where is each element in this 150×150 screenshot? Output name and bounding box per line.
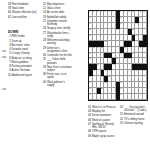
clue-column-bottom-a: 41What's-it, to Frances43Mayday kin44Des… <box>88 106 117 139</box>
cell-number: 44 <box>93 70 95 72</box>
clue-item: 13Air carrier abbr. <box>43 11 73 14</box>
clue-text: '___ first you don't succeed…' (2 wds.) <box>124 106 149 112</box>
clue-text: Karaoke need <box>12 48 39 51</box>
cell-number: 43 <box>112 64 114 66</box>
clue-text: Desert wanderer <box>92 114 117 117</box>
cutoff-clue-fragment: …ina <box>0 88 6 91</box>
clue-number: 55 <box>120 122 123 125</box>
clue-item: 41What's-it, to Frances <box>88 106 117 109</box>
cell-number: 45 <box>105 70 107 72</box>
clue-text: Air carrier abbr. <box>47 11 73 14</box>
clue-item: 5Creepy Chaney <box>8 52 39 55</box>
clue-text: Wool gatherer's supply <box>47 81 73 87</box>
cell-number: 20 <box>89 29 91 31</box>
clue-text: Author Grisham <box>12 69 39 72</box>
cell-number: 16 <box>139 17 141 19</box>
cell-number: 7 <box>112 11 113 13</box>
clue-text: Spelling of 'Beverly Hills, 90210' <box>92 123 117 129</box>
down-clues-4: 50'___ first you don't succeed…' (2 wds.… <box>120 106 149 125</box>
clue-item: 49Maple syrup source <box>88 135 117 138</box>
clue-number: 32 <box>43 58 46 64</box>
clue-number: 12 <box>43 7 46 10</box>
clue-number: 49 <box>88 135 91 138</box>
cell-number: 39 <box>116 58 118 60</box>
clue-number: 4 <box>8 48 11 51</box>
clue-number: 1 <box>8 35 11 38</box>
clue-number: 46 <box>88 119 91 122</box>
clue-text: CPR experts <box>92 130 117 133</box>
cell-number: 55 <box>105 82 107 84</box>
grid-cell[interactable] <box>143 94 147 100</box>
cell-number: 30 <box>101 47 103 49</box>
down-section-header: DOWN <box>8 30 39 34</box>
clue-text: Maple syrup source <box>92 135 117 138</box>
cell-number: 61 <box>120 94 122 96</box>
cell-number: 46 <box>109 70 111 72</box>
clue-item: 21Longtime senator Kennedy <box>43 20 73 26</box>
clue-item: 6Body art, in slang <box>8 57 39 60</box>
clue-number: 33 <box>43 66 46 72</box>
cell-number: 52 <box>101 76 103 78</box>
clue-text: Surgery sites, briefly <box>47 27 73 30</box>
across-tail-clues: 58Pod inhabitant59Stack item60Shower aff… <box>8 3 39 19</box>
clue-number: 52 <box>120 118 123 121</box>
clue-number: 10 <box>8 74 11 77</box>
clue-item: 52TV's talking horse <box>120 118 149 121</box>
clue-item: 8Parking attendant <box>8 65 39 68</box>
clue-column-left: 58Pod inhabitant59Stack item60Shower aff… <box>8 3 39 78</box>
clue-item: 2Drum up <box>8 40 39 43</box>
clue-number: 19 <box>43 16 46 19</box>
clue-text: Shower affection (on) <box>12 11 39 14</box>
clue-item: 40Wool gatherer's supply <box>43 81 73 87</box>
cell-number: 9 <box>124 11 125 13</box>
clue-item: 44Desert wanderer <box>88 114 117 117</box>
down-clues-3: 41What's-it, to Frances43Mayday kin44Des… <box>88 106 117 138</box>
clue-item: 33New Year's resolution subject <box>43 66 73 72</box>
cell-number: 53 <box>109 76 111 78</box>
cell-number: 35 <box>112 53 114 55</box>
clue-item: 3Bar mixer, often <box>8 44 39 47</box>
cell-number: 57 <box>89 88 91 90</box>
clue-text: Creepy Chaney <box>12 52 39 55</box>
cell-number: 33 <box>143 47 145 49</box>
cell-number: 14 <box>89 17 91 19</box>
clue-item: 51Emotional wound <box>120 113 149 116</box>
clue-column-bottom-b: 50'___ first you don't succeed…' (2 wds.… <box>120 106 149 126</box>
clue-item: 11Mojo dispenser <box>43 3 73 6</box>
clue-item: 58Pod inhabitant <box>8 3 39 6</box>
clue-text: Mayday kin <box>92 110 117 113</box>
clue-number: 8 <box>8 65 11 68</box>
clue-item: 32___ Yukon Gold potatoes <box>43 58 73 64</box>
clue-text: Emotional wound <box>124 113 149 116</box>
clue-number: 48 <box>88 130 91 133</box>
clue-text: Contender for the title <box>47 54 73 57</box>
clue-item: 28Welcome watchdog warning <box>43 39 73 45</box>
clue-number: 30 <box>43 54 46 57</box>
cutoff-clue-fragment: …works <box>0 56 6 59</box>
clue-number: 61 <box>8 16 11 19</box>
cell-number: 60 <box>89 94 91 96</box>
clue-item: 59Stack item <box>8 7 39 10</box>
clue-number: 40 <box>43 81 46 87</box>
clue-number: 3 <box>8 44 11 47</box>
clue-number: 51 <box>120 113 123 116</box>
cell-number: 18 <box>120 23 122 25</box>
clue-text: Body art, in slang <box>12 57 39 60</box>
cell-number: 54 <box>89 82 91 84</box>
clue-text: Chinese lap dog <box>124 122 149 125</box>
clue-item: 7Moon goddess <box>8 61 39 64</box>
clue-text: Word of caution <box>92 119 117 122</box>
clue-text: Low neckline <box>12 16 39 19</box>
clue-number: 6 <box>8 57 11 60</box>
cell-number: 27 <box>89 47 91 49</box>
cell-number: 6 <box>109 11 110 13</box>
clue-number: 7 <box>8 61 11 64</box>
cell-number: 42 <box>97 64 99 66</box>
clue-item: 12Glass sheet <box>43 7 73 10</box>
cell-number: 8 <box>120 11 121 13</box>
cell-number: 31 <box>124 47 126 49</box>
clue-item: 36Fresh start, so to speak <box>43 73 73 79</box>
cell-number: 50 <box>143 70 145 72</box>
clue-text: PBS funder <box>12 35 39 38</box>
clue-text: Stack item <box>12 7 39 10</box>
clue-number: 29 <box>43 47 46 53</box>
clue-number: 47 <box>88 123 91 129</box>
clue-item: 60Shower affection (on) <box>8 11 39 14</box>
crossword-grid: 1234567891011121314151617181920212223242… <box>88 10 148 101</box>
clue-text: Eyeballed rudely <box>47 16 73 19</box>
clue-text: Welcome watchdog warning <box>47 39 73 45</box>
cell-number: 36 <box>120 53 122 55</box>
clue-item: 26Surgery sites, briefly <box>43 27 73 30</box>
clue-item: 1PBS funder <box>8 35 39 38</box>
cell-number: 26 <box>132 41 134 43</box>
cell-number: 5 <box>105 11 106 13</box>
clue-text: Auditorium layout <box>12 74 39 77</box>
clue-text: Fresh start, so to speak <box>47 73 73 79</box>
cell-number: 41 <box>128 58 130 60</box>
clue-item: 50'___ first you don't succeed…' (2 wds.… <box>120 106 149 112</box>
clue-number: 43 <box>88 110 91 113</box>
clue-text: Bar mixer, often <box>12 44 39 47</box>
clue-text: Parking attendant <box>12 65 39 68</box>
clue-item: 10Auditorium layout <box>8 74 39 77</box>
cell-number: 3 <box>97 11 98 13</box>
clue-number: 27 <box>43 32 46 38</box>
clue-item: 43Mayday kin <box>88 110 117 113</box>
clue-column-middle: 11Mojo dispenser12Glass sheet13Air carri… <box>43 3 73 88</box>
cell-number: 15 <box>120 17 122 19</box>
clue-text: Drum up <box>12 40 39 43</box>
cell-number: 21 <box>116 29 118 31</box>
clue-text: Detective's assignment, often <box>47 47 73 53</box>
cell-number: 37 <box>132 53 134 55</box>
clue-number: 28 <box>43 39 46 45</box>
clue-text: Longtime senator Kennedy <box>47 20 73 26</box>
cutoff-clue-fragment: …onde <box>0 50 6 53</box>
cell-number: 1 <box>89 11 90 13</box>
clue-text: Pod inhabitant <box>12 3 39 6</box>
cell-number: 40 <box>124 58 126 60</box>
cell-number: 10 <box>128 11 130 13</box>
clue-item: 30Contender for the title <box>43 54 73 57</box>
clue-item: 46Word of caution <box>88 119 117 122</box>
cell-number: 34 <box>89 53 91 55</box>
clue-number: 13 <box>43 11 46 14</box>
clue-text: ___ Yukon Gold potatoes <box>47 58 73 64</box>
clue-item: 61Low neckline <box>8 16 39 19</box>
clue-item: 55Chinese lap dog <box>120 122 149 125</box>
clue-item: 4Karaoke need <box>8 48 39 51</box>
clue-number: 60 <box>8 11 11 14</box>
clue-number: 59 <box>8 7 11 10</box>
clue-number: 2 <box>8 40 11 43</box>
clue-text: TV's talking horse <box>124 118 149 121</box>
cell-number: 48 <box>136 70 138 72</box>
cell-number: 47 <box>132 70 134 72</box>
down-clues-1: 1PBS funder2Drum up3Bar mixer, often4Kar… <box>8 35 39 76</box>
cell-number: 12 <box>139 11 141 13</box>
cell-number: 58 <box>101 88 103 90</box>
cell-number: 4 <box>101 11 102 13</box>
cell-number: 56 <box>120 82 122 84</box>
clue-text: Wastebasket liners, really <box>47 32 73 38</box>
cell-number: 24 <box>136 35 138 37</box>
cell-number: 23 <box>89 35 91 37</box>
clue-number: 41 <box>88 106 91 109</box>
clue-item: 27Wastebasket liners, really <box>43 32 73 38</box>
clue-text: Mojo dispenser <box>47 3 73 6</box>
cell-number: 11 <box>132 11 134 13</box>
clue-number: 9 <box>8 69 11 72</box>
clue-item: 19Eyeballed rudely <box>43 16 73 19</box>
clue-number: 26 <box>43 27 46 30</box>
clue-number: 11 <box>43 3 46 6</box>
clue-number: 44 <box>88 114 91 117</box>
clue-text: Glass sheet <box>47 7 73 10</box>
cell-number: 32 <box>139 47 141 49</box>
cell-number: 19 <box>136 23 138 25</box>
clue-text: What's-it, to Frances <box>92 106 117 109</box>
clue-number: 58 <box>8 3 11 6</box>
cell-number: 28 <box>93 47 95 49</box>
cell-number: 25 <box>105 41 107 43</box>
clue-text: New Year's resolution subject <box>47 66 73 72</box>
cell-number: 51 <box>89 76 91 78</box>
clue-item: 9Author Grisham <box>8 69 39 72</box>
cell-number: 59 <box>120 88 122 90</box>
cell-number: 2 <box>93 11 94 13</box>
clue-item: 47Spelling of 'Beverly Hills, 90210' <box>88 123 117 129</box>
cell-number: 17 <box>89 23 91 25</box>
clue-item: 29Detective's assignment, often <box>43 47 73 53</box>
clue-number: 5 <box>8 52 11 55</box>
down-clues-2: 11Mojo dispenser12Glass sheet13Air carri… <box>43 3 73 87</box>
clue-number: 21 <box>43 20 46 26</box>
cell-number: 29 <box>97 47 99 49</box>
clue-text: Moon goddess <box>12 61 39 64</box>
cell-number: 49 <box>139 70 141 72</box>
crossword-page: …onde …works …ina 58Pod inhabitant59Stac… <box>0 0 150 150</box>
clue-number: 36 <box>43 73 46 79</box>
clue-item: 48CPR experts <box>88 130 117 133</box>
clue-number: 50 <box>120 106 123 112</box>
cell-number: 22 <box>132 29 134 31</box>
cell-number: 13 <box>143 11 145 13</box>
cell-number: 38 <box>89 58 91 60</box>
